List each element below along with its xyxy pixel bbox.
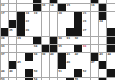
grid-cell[interactable] <box>33 20 41 28</box>
grid-cell[interactable]: 13 <box>42 4 50 12</box>
black-cell <box>50 45 58 53</box>
grid-cell[interactable]: 40 <box>50 53 58 61</box>
grid-cell[interactable]: 32 <box>74 37 82 45</box>
grid-cell[interactable] <box>1 61 9 69</box>
black-cell <box>17 20 25 28</box>
grid-cell[interactable] <box>17 4 25 12</box>
clue-number: 13 <box>42 4 45 7</box>
grid-cell[interactable] <box>42 61 50 69</box>
clue-number: 22 <box>26 20 29 23</box>
grid-cell[interactable] <box>25 4 33 12</box>
grid-cell[interactable] <box>66 69 74 77</box>
grid-cell[interactable]: 9 <box>82 0 90 3</box>
grid-cell[interactable] <box>25 37 33 45</box>
grid-cell[interactable] <box>9 45 17 53</box>
clue-number: 29 <box>17 37 20 40</box>
grid-cell[interactable] <box>107 20 115 28</box>
black-cell <box>107 69 115 77</box>
grid-cell[interactable] <box>42 69 50 77</box>
grid-cell[interactable]: 24 <box>99 20 107 28</box>
grid-cell[interactable]: 46 <box>66 61 74 69</box>
grid-cell[interactable] <box>91 37 99 45</box>
grid-cell[interactable] <box>91 69 99 77</box>
grid-cell[interactable] <box>50 12 58 20</box>
clue-number: 23 <box>83 20 86 23</box>
grid-cell[interactable] <box>91 45 99 53</box>
clue-number: 48 <box>1 70 4 73</box>
grid-cell[interactable]: 52 <box>82 69 90 77</box>
grid-cell[interactable] <box>91 12 99 20</box>
black-cell <box>99 78 107 80</box>
grid-cell[interactable] <box>66 45 74 53</box>
clue-number: 26 <box>26 29 29 32</box>
grid-cell[interactable]: 7 <box>66 0 74 3</box>
grid-cell[interactable]: 2 <box>9 0 17 3</box>
grid-cell[interactable] <box>50 69 58 77</box>
black-cell <box>107 37 115 45</box>
grid-cell[interactable] <box>99 37 107 45</box>
grid-cell[interactable] <box>9 53 17 61</box>
black-cell <box>66 28 74 36</box>
grid-cell[interactable] <box>58 20 66 28</box>
clue-number: 38 <box>34 53 37 56</box>
grid-cell[interactable]: 35 <box>58 45 66 53</box>
black-cell <box>25 78 33 80</box>
grid-cell[interactable] <box>25 61 33 69</box>
grid-cell[interactable]: 41 <box>66 53 74 61</box>
grid-cell[interactable] <box>91 20 99 28</box>
clue-number: 44 <box>107 53 110 56</box>
grid-cell[interactable] <box>17 69 25 77</box>
black-cell <box>74 28 82 36</box>
black-cell <box>50 37 58 45</box>
clue-number: 18 <box>26 12 29 15</box>
clue-number: 20 <box>58 12 61 15</box>
crossword-grid: 1234567891011121314151617181920212223242… <box>0 0 115 80</box>
grid-cell[interactable]: 21 <box>82 12 90 20</box>
grid-cell[interactable] <box>82 78 90 80</box>
grid-cell[interactable] <box>17 78 25 80</box>
grid-cell[interactable] <box>99 28 107 36</box>
grid-cell[interactable]: 45 <box>17 61 25 69</box>
grid-cell[interactable] <box>9 78 17 80</box>
grid-cell[interactable] <box>42 37 50 45</box>
grid-cell[interactable] <box>1 20 9 28</box>
clue-number: 51 <box>58 70 61 73</box>
black-cell <box>25 53 33 61</box>
clue-number: 54 <box>34 78 37 80</box>
grid-cell[interactable]: 42 <box>74 53 82 61</box>
clue-number: 36 <box>83 45 86 48</box>
black-cell <box>74 45 82 53</box>
grid-cell[interactable]: 47 <box>91 61 99 69</box>
grid-cell[interactable]: 50 <box>33 69 41 77</box>
grid-cell[interactable] <box>74 61 82 69</box>
clue-number: 28 <box>1 37 4 40</box>
black-cell <box>33 37 41 45</box>
grid-cell[interactable] <box>50 78 58 80</box>
grid-cell[interactable]: 34 <box>33 45 41 53</box>
clue-number: 15 <box>66 4 69 7</box>
grid-cell[interactable] <box>107 78 115 80</box>
grid-cell[interactable] <box>9 12 17 20</box>
grid-cell[interactable]: 8 <box>74 0 82 3</box>
clue-number: 30 <box>58 37 61 40</box>
black-cell <box>33 4 41 12</box>
grid-cell[interactable]: 3 <box>17 0 25 3</box>
clue-number: 35 <box>58 45 61 48</box>
grid-cell[interactable]: 5 <box>42 0 50 3</box>
black-cell <box>91 0 99 3</box>
black-cell <box>50 0 58 3</box>
grid-cell[interactable]: 14 <box>50 4 58 12</box>
grid-cell[interactable] <box>74 4 82 12</box>
grid-cell[interactable]: 25 <box>9 28 17 36</box>
grid-cell[interactable] <box>66 12 74 20</box>
grid-cell[interactable]: 44 <box>107 53 115 61</box>
black-cell <box>58 4 66 12</box>
clue-number: 31 <box>66 37 69 40</box>
grid-cell[interactable]: 28 <box>1 37 9 45</box>
black-cell <box>1 28 9 36</box>
clue-number: 45 <box>17 61 20 64</box>
grid-cell[interactable] <box>33 61 41 69</box>
grid-cell[interactable]: 16 <box>91 4 99 12</box>
clue-number: 37 <box>1 53 4 56</box>
grid-cell[interactable] <box>17 45 25 53</box>
grid-cell[interactable]: 22 <box>25 20 33 28</box>
grid-cell[interactable] <box>50 20 58 28</box>
clue-number: 46 <box>66 61 69 64</box>
grid-cell[interactable]: 11 <box>107 0 115 3</box>
grid-cell[interactable] <box>33 28 41 36</box>
grid-cell[interactable]: 55 <box>74 78 82 80</box>
grid-cell[interactable] <box>42 28 50 36</box>
black-cell <box>107 28 115 36</box>
clue-number: 12 <box>1 4 4 7</box>
grid-cell[interactable] <box>82 37 90 45</box>
grid-cell[interactable]: 51 <box>58 69 66 77</box>
grid-cell[interactable]: 33 <box>1 45 9 53</box>
clue-number: 53 <box>1 78 4 80</box>
clue-number: 16 <box>91 4 94 7</box>
grid-cell[interactable]: 43 <box>99 53 107 61</box>
grid-cell[interactable] <box>82 61 90 69</box>
grid-cell[interactable]: 27 <box>82 28 90 36</box>
black-cell <box>66 78 74 80</box>
grid-cell[interactable]: 26 <box>25 28 33 36</box>
black-cell <box>9 20 17 28</box>
grid-cell[interactable]: 17 <box>1 12 9 20</box>
black-cell <box>107 45 115 53</box>
clue-number: 25 <box>9 29 12 32</box>
grid-cell[interactable] <box>99 69 107 77</box>
grid-cell[interactable]: 31 <box>66 37 74 45</box>
black-cell <box>74 20 82 28</box>
grid-cell[interactable]: 37 <box>1 53 9 61</box>
clue-number: 14 <box>50 4 53 7</box>
grid-cell[interactable] <box>50 28 58 36</box>
black-cell <box>74 69 82 77</box>
grid-cell[interactable]: 36 <box>82 45 90 53</box>
clue-number: 19 <box>34 12 37 15</box>
clue-number: 32 <box>75 37 78 40</box>
clue-number: 21 <box>83 12 86 15</box>
grid-cell[interactable]: 29 <box>17 37 25 45</box>
grid-cell[interactable]: 18 <box>25 12 33 20</box>
grid-cell[interactable] <box>58 78 66 80</box>
grid-cell[interactable] <box>107 4 115 12</box>
clue-number: 33 <box>1 45 4 48</box>
grid-cell[interactable] <box>50 61 58 69</box>
black-cell <box>9 61 17 69</box>
grid-cell[interactable]: 23 <box>82 20 90 28</box>
black-cell <box>42 45 50 53</box>
grid-cell[interactable]: 39 <box>42 53 50 61</box>
clue-number: 27 <box>83 29 86 32</box>
clue-number: 41 <box>66 53 69 56</box>
black-cell <box>17 12 25 20</box>
clue-number: 17 <box>1 12 4 15</box>
grid-cell[interactable]: 48 <box>1 69 9 77</box>
grid-cell[interactable]: 12 <box>1 4 9 12</box>
clue-number: 52 <box>83 70 86 73</box>
clue-number: 39 <box>42 53 45 56</box>
grid-cell[interactable] <box>91 78 99 80</box>
grid-cell[interactable]: 4 <box>25 0 33 3</box>
black-cell <box>33 0 41 3</box>
black-cell <box>91 53 99 61</box>
grid-cell[interactable] <box>66 20 74 28</box>
grid-cell[interactable]: 6 <box>58 0 66 3</box>
clue-number: 50 <box>34 70 37 73</box>
grid-cell[interactable] <box>9 37 17 45</box>
grid-cell[interactable]: 30 <box>58 37 66 45</box>
black-cell <box>58 61 66 69</box>
grid-cell[interactable]: 38 <box>33 53 41 61</box>
clue-number: 43 <box>99 53 102 56</box>
grid-cell[interactable] <box>99 45 107 53</box>
clue-number: 47 <box>91 61 94 64</box>
grid-cell[interactable]: 15 <box>66 4 74 12</box>
clue-number: 40 <box>50 53 53 56</box>
grid-cell[interactable] <box>42 78 50 80</box>
grid-cell[interactable]: 10 <box>99 0 107 3</box>
grid-cell[interactable] <box>9 4 17 12</box>
crossword-puzzle: 1234567891011121314151617181920212223242… <box>0 0 115 80</box>
grid-cell[interactable] <box>25 45 33 53</box>
black-cell <box>99 4 107 12</box>
grid-cell[interactable] <box>42 12 50 20</box>
grid-cell[interactable] <box>82 4 90 12</box>
grid-cell[interactable] <box>82 53 90 61</box>
clue-number: 49 <box>9 70 12 73</box>
grid-cell[interactable]: 19 <box>33 12 41 20</box>
clue-number: 42 <box>75 53 78 56</box>
black-cell <box>99 61 107 69</box>
grid-cell[interactable] <box>107 12 115 20</box>
black-cell <box>25 69 33 77</box>
grid-cell[interactable]: 20 <box>58 12 66 20</box>
grid-cell[interactable] <box>58 28 66 36</box>
clue-number: 34 <box>34 45 37 48</box>
black-cell <box>17 28 25 36</box>
grid-cell[interactable]: 54 <box>33 78 41 80</box>
grid-cell[interactable]: 53 <box>1 78 9 80</box>
grid-cell[interactable]: 49 <box>9 69 17 77</box>
black-cell <box>74 12 82 20</box>
grid-cell[interactable] <box>91 28 99 36</box>
grid-cell[interactable] <box>42 20 50 28</box>
clue-number: 24 <box>99 20 102 23</box>
grid-cell[interactable] <box>17 53 25 61</box>
black-cell <box>99 12 107 20</box>
grid-cell[interactable] <box>107 61 115 69</box>
clue-number: 55 <box>75 78 78 80</box>
black-cell <box>58 53 66 61</box>
grid-cell[interactable]: 1 <box>1 0 9 3</box>
